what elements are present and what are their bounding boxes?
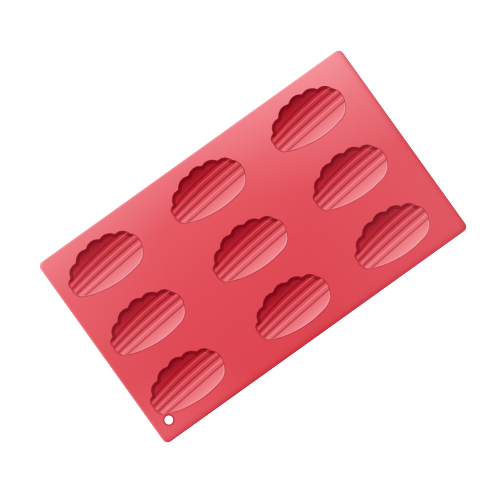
cavity-layer xyxy=(37,48,468,444)
photo-background xyxy=(0,0,500,500)
madeleine-mold xyxy=(37,48,468,444)
